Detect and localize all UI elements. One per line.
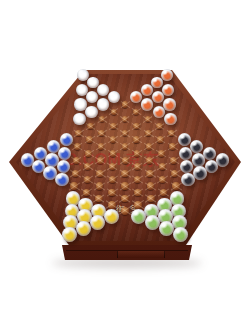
board-hole[interactable] [146,170,153,177]
marble-white[interactable] [85,106,98,119]
board-hole[interactable] [121,207,129,215]
board-hole[interactable] [134,201,142,209]
marble-orange[interactable] [152,91,164,103]
marble-blue[interactable] [55,173,69,187]
marble-black[interactable] [179,147,192,160]
marble-yellow[interactable] [90,215,105,230]
board-hole[interactable] [172,182,179,189]
board-hole[interactable] [146,157,153,164]
board-hole[interactable] [170,157,177,164]
marble-yellow[interactable] [62,227,77,242]
board-hole[interactable] [122,143,129,150]
marble-white[interactable] [97,98,109,110]
board-hole[interactable] [110,136,117,143]
board-hole[interactable] [156,123,163,130]
marble-orange[interactable] [151,77,163,89]
board-hole[interactable] [121,195,129,203]
board-hole[interactable] [96,170,103,177]
board-hole[interactable] [160,189,168,197]
board-hole[interactable] [84,163,91,170]
marble-green[interactable] [131,209,146,224]
board-hole[interactable] [168,130,175,137]
marble-white[interactable] [108,91,120,103]
marble-orange[interactable] [162,84,174,96]
board-hole[interactable] [147,195,155,203]
board-hole[interactable] [84,176,91,183]
board-hole[interactable] [85,150,92,157]
marble-black[interactable] [180,160,194,174]
board-hole[interactable] [121,170,128,177]
board-hole[interactable] [134,176,141,183]
board-hole[interactable] [159,163,166,170]
marble-blue[interactable] [60,133,73,146]
board-hole[interactable] [111,109,117,115]
board-hole[interactable] [75,130,82,137]
board-hole[interactable] [147,182,154,189]
marble-orange[interactable] [161,69,173,81]
board-hole[interactable] [83,189,91,197]
board-hole[interactable] [133,136,140,143]
board-hole[interactable] [96,182,103,189]
board-hole[interactable] [133,123,140,130]
marble-yellow[interactable] [76,221,91,236]
marble-black[interactable] [178,133,191,146]
marble-green[interactable] [173,227,188,242]
board-hole[interactable] [121,182,128,189]
board-hole[interactable] [122,101,128,107]
board-hole[interactable] [145,130,152,137]
board-hole[interactable] [74,143,81,150]
board-hole[interactable] [109,163,116,170]
board-hole[interactable] [99,116,105,122]
marble-black[interactable] [181,173,195,187]
product-photo-scene: JD.COM 京东 御玺 [0,0,250,333]
board-hole[interactable] [98,130,105,137]
marble-orange[interactable] [164,113,177,126]
board-hole[interactable] [145,116,151,122]
board-hole[interactable] [133,109,139,115]
board-hole[interactable] [134,163,141,170]
marble-blue[interactable] [58,147,71,160]
marble-green[interactable] [145,215,160,230]
marble-orange[interactable] [153,106,166,119]
marble-orange[interactable] [141,84,153,96]
board-hole[interactable] [134,150,141,157]
marble-black[interactable] [193,166,207,180]
board-hole[interactable] [110,123,117,130]
marble-white[interactable] [73,113,86,126]
marble-yellow[interactable] [104,209,119,224]
marble-black[interactable] [190,140,203,153]
marble-black[interactable] [192,153,206,167]
board-hole[interactable] [169,143,176,150]
marble-blue[interactable] [57,160,71,174]
board-hole[interactable] [159,176,166,183]
board-hole[interactable] [72,170,79,177]
board-hole[interactable] [108,189,116,197]
board-hole[interactable] [122,116,128,122]
board-hole[interactable] [134,189,142,197]
board-hole[interactable] [97,157,104,164]
board-hole[interactable] [158,150,165,157]
board-hole[interactable] [108,201,116,209]
board-hole[interactable] [146,143,153,150]
marble-orange[interactable] [163,98,175,110]
board-hole[interactable] [122,157,129,164]
board-hole[interactable] [70,182,77,189]
board-hole[interactable] [95,195,103,203]
board-hole[interactable] [98,143,105,150]
board-hole[interactable] [157,136,164,143]
board-hole[interactable] [110,150,117,157]
board-hole[interactable] [109,176,116,183]
board-hole[interactable] [122,130,129,137]
board-hole[interactable] [171,170,178,177]
holes-and-marbles-layer [0,0,250,333]
board-hole[interactable] [86,136,93,143]
marble-green[interactable] [159,221,174,236]
marble-orange[interactable] [141,98,153,110]
board-hole[interactable] [73,157,80,164]
board-hole[interactable] [87,123,94,130]
